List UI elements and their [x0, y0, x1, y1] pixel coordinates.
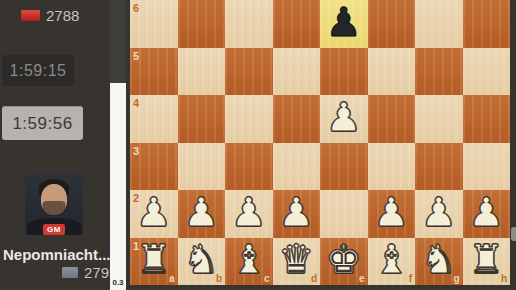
square-b1[interactable]: b♞	[178, 238, 226, 286]
square-a6[interactable]: 6	[130, 0, 178, 48]
square-d2[interactable]: ♟	[273, 190, 321, 238]
square-e5[interactable]	[320, 48, 368, 96]
top-player-rating-row: 2788	[21, 7, 79, 24]
white-rook[interactable]: ♜	[468, 239, 504, 279]
square-c6[interactable]	[225, 0, 273, 48]
panel-drag-handle-icon[interactable]	[511, 227, 516, 241]
square-c5[interactable]	[225, 48, 273, 96]
square-c2[interactable]: ♟	[225, 190, 273, 238]
evaluation-value: 0.3	[110, 278, 126, 287]
evaluation-bar-black-part	[110, 0, 126, 83]
white-queen[interactable]: ♛	[278, 239, 314, 279]
white-king[interactable]: ♚	[326, 239, 362, 279]
square-f4[interactable]	[368, 95, 416, 143]
square-h1[interactable]: h♜	[463, 238, 511, 286]
evaluation-bar: 0.3	[110, 0, 126, 290]
broadcast-window: 2788 1:59:15 1:59:56 GM Nepomniacht... 2…	[0, 0, 516, 290]
bottom-player-name: Nepomniacht...	[3, 246, 125, 263]
square-e6[interactable]: ♟	[320, 0, 368, 48]
rank-label-3: 3	[133, 145, 139, 157]
avatar-beard	[43, 201, 66, 216]
square-c4[interactable]	[225, 95, 273, 143]
square-g4[interactable]	[415, 95, 463, 143]
square-h2[interactable]: ♟	[463, 190, 511, 238]
top-player-flag-icon	[21, 10, 40, 21]
square-f3[interactable]	[368, 143, 416, 191]
white-bishop[interactable]: ♝	[373, 239, 409, 279]
square-d1[interactable]: d♛	[273, 238, 321, 286]
rank-label-5: 5	[133, 50, 139, 62]
square-e4[interactable]: ♟	[320, 95, 368, 143]
square-h5[interactable]	[463, 48, 511, 96]
white-rook[interactable]: ♜	[136, 239, 172, 279]
gm-title-badge: GM	[43, 224, 65, 235]
square-d4[interactable]	[273, 95, 321, 143]
white-knight[interactable]: ♞	[183, 239, 219, 279]
white-bishop[interactable]: ♝	[231, 239, 267, 279]
square-a1[interactable]: 1a♜	[130, 238, 178, 286]
square-f5[interactable]	[368, 48, 416, 96]
chess-board[interactable]: 6♟54♟32♟♟♟♟♟♟♟1a♜b♞c♝d♛e♚f♝g♞h♜	[130, 0, 510, 285]
square-h6[interactable]	[463, 0, 511, 48]
top-player-rating: 2788	[46, 7, 79, 24]
white-knight[interactable]: ♞	[421, 239, 457, 279]
square-h3[interactable]	[463, 143, 511, 191]
square-b2[interactable]: ♟	[178, 190, 226, 238]
square-b5[interactable]	[178, 48, 226, 96]
square-d5[interactable]	[273, 48, 321, 96]
square-d3[interactable]	[273, 143, 321, 191]
white-pawn[interactable]: ♟	[326, 97, 362, 137]
square-f6[interactable]	[368, 0, 416, 48]
player-sidebar: 2788 1:59:15 1:59:56 GM Nepomniacht... 2…	[0, 0, 110, 290]
rank-label-6: 6	[133, 2, 139, 14]
square-a4[interactable]: 4	[130, 95, 178, 143]
square-g1[interactable]: g♞	[415, 238, 463, 286]
square-a5[interactable]: 5	[130, 48, 178, 96]
black-pawn[interactable]: ♟	[326, 2, 362, 42]
white-pawn[interactable]: ♟	[373, 192, 409, 232]
square-b6[interactable]	[178, 0, 226, 48]
white-pawn[interactable]: ♟	[468, 192, 504, 232]
bottom-player-flag-icon	[62, 267, 78, 278]
square-e2[interactable]	[320, 190, 368, 238]
bottom-player-clock-active: 1:59:56	[2, 106, 83, 140]
square-b4[interactable]	[178, 95, 226, 143]
square-a2[interactable]: 2♟	[130, 190, 178, 238]
square-b3[interactable]	[178, 143, 226, 191]
white-pawn[interactable]: ♟	[278, 192, 314, 232]
bottom-player-avatar: GM	[25, 174, 83, 235]
rank-label-4: 4	[133, 97, 139, 109]
square-f1[interactable]: f♝	[368, 238, 416, 286]
white-pawn[interactable]: ♟	[136, 192, 172, 232]
square-g6[interactable]	[415, 0, 463, 48]
square-g2[interactable]: ♟	[415, 190, 463, 238]
square-a3[interactable]: 3	[130, 143, 178, 191]
square-g5[interactable]	[415, 48, 463, 96]
white-pawn[interactable]: ♟	[231, 192, 267, 232]
square-d6[interactable]	[273, 0, 321, 48]
square-c3[interactable]	[225, 143, 273, 191]
white-pawn[interactable]: ♟	[421, 192, 457, 232]
square-h4[interactable]	[463, 95, 511, 143]
square-e3[interactable]	[320, 143, 368, 191]
white-pawn[interactable]: ♟	[183, 192, 219, 232]
square-c1[interactable]: c♝	[225, 238, 273, 286]
square-f2[interactable]: ♟	[368, 190, 416, 238]
top-player-clock: 1:59:15	[2, 55, 74, 86]
square-e1[interactable]: e♚	[320, 238, 368, 286]
square-g3[interactable]	[415, 143, 463, 191]
